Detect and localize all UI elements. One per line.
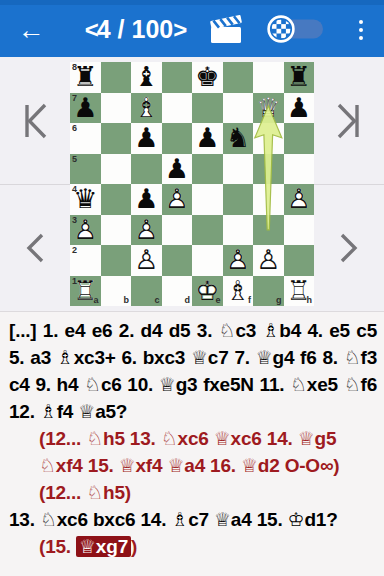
square-h6[interactable] — [284, 123, 315, 154]
variation-paragraph[interactable]: (15. ♕xg7) — [39, 533, 377, 560]
square-b7[interactable] — [101, 93, 132, 124]
square-f2[interactable]: ♟♙ — [223, 245, 254, 276]
puzzle-counter[interactable]: <4 / 100> — [62, 10, 208, 49]
square-g7[interactable]: ♛♕ — [253, 93, 284, 124]
square-d4[interactable]: ♟♙ — [162, 184, 193, 215]
square-e8[interactable]: ♚ — [192, 62, 223, 93]
go-to-start-button[interactable] — [0, 57, 70, 184]
square-f1[interactable]: f♝♗ — [223, 276, 254, 307]
file-label: b — [124, 296, 130, 305]
piece-white-pawn[interactable]: ♟♙ — [162, 184, 193, 215]
square-a1[interactable]: 1a♜♖ — [70, 276, 101, 307]
skip-to-end-icon — [334, 102, 364, 140]
previous-move-button[interactable] — [0, 184, 70, 311]
square-d7[interactable] — [162, 93, 193, 124]
square-b6[interactable] — [101, 123, 132, 154]
square-d3[interactable] — [162, 215, 193, 246]
square-a4[interactable]: 4♛ — [70, 184, 101, 215]
file-label: g — [276, 296, 282, 305]
left-nav-column — [0, 57, 70, 311]
square-h8[interactable]: ♜ — [284, 62, 315, 93]
piece-black-pawn[interactable]: ♟ — [192, 123, 223, 154]
square-f4[interactable] — [223, 184, 254, 215]
square-b4[interactable] — [101, 184, 132, 215]
piece-white-pawn[interactable]: ♟♙ — [131, 215, 162, 246]
square-b1[interactable]: b — [101, 276, 132, 307]
clapperboard-icon — [207, 14, 247, 46]
board-visibility-toggle[interactable] — [266, 14, 324, 44]
piece-black-pawn[interactable]: ♟ — [131, 184, 162, 215]
file-label: c — [154, 296, 159, 305]
square-d5[interactable]: ♟ — [162, 154, 193, 185]
back-button[interactable]: ← — [14, 13, 48, 47]
square-f6[interactable]: ♞ — [223, 123, 254, 154]
chevron-right-icon — [334, 229, 364, 267]
square-d8[interactable] — [162, 62, 193, 93]
variation-prefix: (15. — [39, 536, 76, 557]
square-g3[interactable] — [253, 215, 284, 246]
square-e5[interactable] — [192, 154, 223, 185]
square-c8[interactable]: ♝ — [131, 62, 162, 93]
piece-white-rook[interactable]: ♜♖ — [284, 276, 315, 307]
piece-black-pawn[interactable]: ♟ — [284, 93, 315, 124]
square-f3[interactable] — [223, 215, 254, 246]
square-a3[interactable]: 3♟♙ — [70, 215, 101, 246]
square-e6[interactable]: ♟ — [192, 123, 223, 154]
square-g5[interactable] — [253, 154, 284, 185]
prev-puzzle-chevron[interactable]: < — [85, 16, 97, 43]
square-h1[interactable]: h♜♖ — [284, 276, 315, 307]
next-move-button[interactable] — [314, 184, 384, 311]
piece-black-pawn[interactable]: ♟ — [131, 123, 162, 154]
dot — [359, 20, 364, 25]
next-puzzle-chevron[interactable]: > — [173, 16, 185, 43]
square-a7[interactable]: 7♟ — [70, 93, 101, 124]
go-to-end-button[interactable] — [314, 57, 384, 184]
move-list: [...] 1. e4 e6 2. d4 d5 3. ♘c3 ♗b4 4. e5… — [0, 311, 384, 576]
square-f7[interactable] — [223, 93, 254, 124]
piece-white-pawn[interactable]: ♟♙ — [223, 245, 254, 276]
checkered-board-icon — [269, 17, 294, 42]
piece-white-rook[interactable]: ♜♖ — [70, 276, 101, 307]
piece-black-knight[interactable]: ♞ — [223, 123, 254, 154]
square-c6[interactable]: ♟ — [131, 123, 162, 154]
square-c5[interactable] — [131, 154, 162, 185]
app-header: ← <4 / 100> — [0, 0, 384, 57]
chevron-left-icon — [20, 229, 50, 267]
overflow-menu-button[interactable] — [352, 16, 370, 44]
piece-black-rook[interactable]: ♜ — [284, 62, 315, 93]
moves-paragraph[interactable]: 13. ♘xc6 bxc6 14. ♗c7 ♕a4 15. ♔d1? — [9, 506, 377, 533]
dot — [359, 28, 364, 33]
piece-white-pawn[interactable]: ♟♙ — [253, 245, 284, 276]
square-c2[interactable]: ♟♙ — [131, 245, 162, 276]
square-b2[interactable] — [101, 245, 132, 276]
square-b3[interactable] — [101, 215, 132, 246]
square-a2[interactable]: 2 — [70, 245, 101, 276]
dot — [359, 36, 364, 41]
file-label: d — [185, 296, 191, 305]
piece-white-pawn[interactable]: ♟♙ — [131, 245, 162, 276]
board-grid: 8♜♝♚♜7♟♝♗♛♕♟6♟♟♞5♟4♛♟♟♙♟♙3♟♙♟♙2♟♙♟♙♟♙1a♜… — [70, 62, 314, 306]
square-f5[interactable] — [223, 154, 254, 185]
rank-label: 5 — [72, 155, 77, 164]
square-h7[interactable]: ♟ — [284, 93, 315, 124]
square-g8[interactable] — [253, 62, 284, 93]
piece-white-pawn[interactable]: ♟♙ — [284, 184, 315, 215]
rank-label: 2 — [72, 246, 77, 255]
square-a5[interactable]: 5 — [70, 154, 101, 185]
square-g6[interactable] — [253, 123, 284, 154]
square-h4[interactable]: ♟♙ — [284, 184, 315, 215]
square-d2[interactable] — [162, 245, 193, 276]
variation-paragraph[interactable]: (12... ♘h5) — [39, 479, 377, 506]
variation-paragraph[interactable]: (12... ♘h5 13. ♘xc6 ♕xc6 14. ♕g5 ♘xf4 15… — [39, 425, 377, 479]
piece-white-pawn[interactable]: ♟♙ — [70, 215, 101, 246]
square-c1[interactable]: c — [131, 276, 162, 307]
piece-white-bishop[interactable]: ♝♗ — [131, 93, 162, 124]
skip-to-start-icon — [20, 102, 50, 140]
current-move[interactable]: ♕xg7 — [76, 536, 131, 557]
square-g2[interactable]: ♟♙ — [253, 245, 284, 276]
square-c4[interactable]: ♟ — [131, 184, 162, 215]
square-f8[interactable] — [223, 62, 254, 93]
square-b5[interactable] — [101, 154, 132, 185]
piece-black-pawn[interactable]: ♟ — [70, 93, 101, 124]
square-e3[interactable] — [192, 215, 223, 246]
square-g1[interactable]: g — [253, 276, 284, 307]
status-bar — [0, 0, 384, 5]
chess-board[interactable]: 8♜♝♚♜7♟♝♗♛♕♟6♟♟♞5♟4♛♟♟♙♟♙3♟♙♟♙2♟♙♟♙♟♙1a♜… — [70, 62, 314, 306]
square-e2[interactable] — [192, 245, 223, 276]
piece-black-rook[interactable]: ♜ — [70, 62, 101, 93]
square-e7[interactable] — [192, 93, 223, 124]
square-e1[interactable]: e♚♔ — [192, 276, 223, 307]
piece-white-queen[interactable]: ♛♕ — [253, 93, 284, 124]
variation-suffix: ) — [131, 536, 137, 557]
square-h3[interactable] — [284, 215, 315, 246]
piece-black-queen[interactable]: ♛ — [70, 184, 101, 215]
puzzle-counter-label: 4 / 100 — [97, 15, 173, 43]
rank-label: 6 — [72, 124, 77, 133]
square-c7[interactable]: ♝♗ — [131, 93, 162, 124]
square-a6[interactable]: 6 — [70, 123, 101, 154]
right-nav-column — [314, 57, 384, 311]
square-d1[interactable]: d — [162, 276, 193, 307]
piece-black-pawn[interactable]: ♟ — [162, 154, 193, 185]
square-h5[interactable] — [284, 154, 315, 185]
piece-white-bishop[interactable]: ♝♗ — [223, 276, 254, 307]
square-c3[interactable]: ♟♙ — [131, 215, 162, 246]
piece-black-king[interactable]: ♚ — [192, 62, 223, 93]
square-b8[interactable] — [101, 62, 132, 93]
square-h2[interactable] — [284, 245, 315, 276]
piece-white-king[interactable]: ♚♔ — [192, 276, 223, 307]
square-d6[interactable] — [162, 123, 193, 154]
board-section: 8♜♝♚♜7♟♝♗♛♕♟6♟♟♞5♟4♛♟♟♙♟♙3♟♙♟♙2♟♙♟♙♟♙1a♜… — [0, 57, 384, 311]
animate-moves-button[interactable] — [207, 14, 247, 46]
square-a8[interactable]: 8♜ — [70, 62, 101, 93]
back-arrow-icon: ← — [18, 15, 45, 45]
piece-black-bishop[interactable]: ♝ — [131, 62, 162, 93]
moves-paragraph[interactable]: [...] 1. e4 e6 2. d4 d5 3. ♘c3 ♗b4 4. e5… — [9, 317, 377, 425]
square-g4[interactable] — [253, 184, 284, 215]
square-e4[interactable] — [192, 184, 223, 215]
